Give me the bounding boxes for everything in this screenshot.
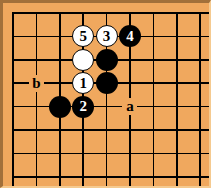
intersection-r2c4[interactable]: 5 [71,25,94,48]
intersection-r7c1[interactable] [3,142,25,165]
intersection-r5c6[interactable]: a [118,95,141,118]
intersection-r7c2[interactable] [25,142,48,165]
intersection-r4c3[interactable] [48,71,71,94]
intersection-r2c6[interactable]: 4 [118,25,141,48]
intersection-r1c9[interactable] [188,3,209,25]
intersection-r6c3[interactable] [48,118,71,141]
move-number: 5 [79,29,87,44]
black-stone [49,96,71,118]
intersection-r6c7[interactable] [142,118,165,141]
intersection-r6c8[interactable] [165,118,188,141]
white-stone: 1 [72,72,94,94]
black-stone [96,72,118,94]
intersection-r3c8[interactable] [165,48,188,71]
intersection-r4c4[interactable]: 1 [71,71,94,94]
intersection-r4c6[interactable] [118,71,141,94]
intersection-r6c4[interactable] [71,118,94,141]
intersection-r3c1[interactable] [3,48,25,71]
intersection-r4c7[interactable] [142,71,165,94]
move-number: 3 [103,29,111,44]
intersection-r5c7[interactable] [142,95,165,118]
point-label: a [122,98,137,115]
intersection-r2c3[interactable] [48,25,71,48]
intersection-r1c6[interactable] [118,3,141,25]
intersection-r5c9[interactable] [188,95,209,118]
intersection-r2c9[interactable] [188,25,209,48]
intersection-r5c4[interactable]: 2 [71,95,94,118]
intersection-r4c1[interactable] [3,71,25,94]
black-stone [96,49,118,71]
intersection-r5c2[interactable] [25,95,48,118]
intersection-r8c3[interactable] [48,165,71,186]
intersection-r2c8[interactable] [165,25,188,48]
intersection-r3c6[interactable] [118,48,141,71]
intersection-r4c5[interactable] [95,71,118,94]
intersection-r4c9[interactable] [188,71,209,94]
intersection-r5c8[interactable] [165,95,188,118]
go-board: 534b12a [3,3,209,186]
intersection-r8c4[interactable] [71,165,94,186]
intersection-r8c2[interactable] [25,165,48,186]
intersection-r5c1[interactable] [3,95,25,118]
intersection-r6c2[interactable] [25,118,48,141]
move-number: 2 [79,99,87,114]
intersection-r3c5[interactable] [95,48,118,71]
move-number: 4 [126,29,134,44]
intersection-r6c9[interactable] [188,118,209,141]
intersection-r3c3[interactable] [48,48,71,71]
intersection-r1c8[interactable] [165,3,188,25]
intersection-r7c5[interactable] [95,142,118,165]
intersection-r7c7[interactable] [142,142,165,165]
intersection-r5c3[interactable] [48,95,71,118]
intersection-r1c5[interactable] [95,3,118,25]
intersection-r8c9[interactable] [188,165,209,186]
intersection-r8c7[interactable] [142,165,165,186]
point-label: b [29,75,44,92]
intersection-r3c2[interactable] [25,48,48,71]
intersection-r7c8[interactable] [165,142,188,165]
move-number: 1 [79,76,87,91]
white-stone: 3 [96,25,118,47]
black-stone: 4 [119,25,141,47]
go-diagram: 534b12a [0,0,211,188]
intersection-r5c5[interactable] [95,95,118,118]
intersection-r8c5[interactable] [95,165,118,186]
intersection-r7c3[interactable] [48,142,71,165]
white-stone: 5 [72,25,94,47]
intersection-r2c5[interactable]: 3 [95,25,118,48]
intersection-r2c2[interactable] [25,25,48,48]
go-board-grid: 534b12a [3,3,209,186]
intersection-r1c7[interactable] [142,3,165,25]
intersection-r2c7[interactable] [142,25,165,48]
intersection-r6c5[interactable] [95,118,118,141]
intersection-r7c6[interactable] [118,142,141,165]
intersection-r1c1[interactable] [3,3,25,25]
intersection-r8c6[interactable] [118,165,141,186]
intersection-r3c9[interactable] [188,48,209,71]
black-stone: 2 [72,96,94,118]
intersection-r1c3[interactable] [48,3,71,25]
intersection-r2c1[interactable] [3,25,25,48]
intersection-r3c4[interactable] [71,48,94,71]
white-stone [72,49,94,71]
intersection-r7c9[interactable] [188,142,209,165]
intersection-r7c4[interactable] [71,142,94,165]
intersection-r1c2[interactable] [25,3,48,25]
intersection-r6c6[interactable] [118,118,141,141]
intersection-r6c1[interactable] [3,118,25,141]
intersection-r1c4[interactable] [71,3,94,25]
intersection-r4c8[interactable] [165,71,188,94]
intersection-r4c2[interactable]: b [25,71,48,94]
intersection-r8c1[interactable] [3,165,25,186]
intersection-r3c7[interactable] [142,48,165,71]
intersection-r8c8[interactable] [165,165,188,186]
